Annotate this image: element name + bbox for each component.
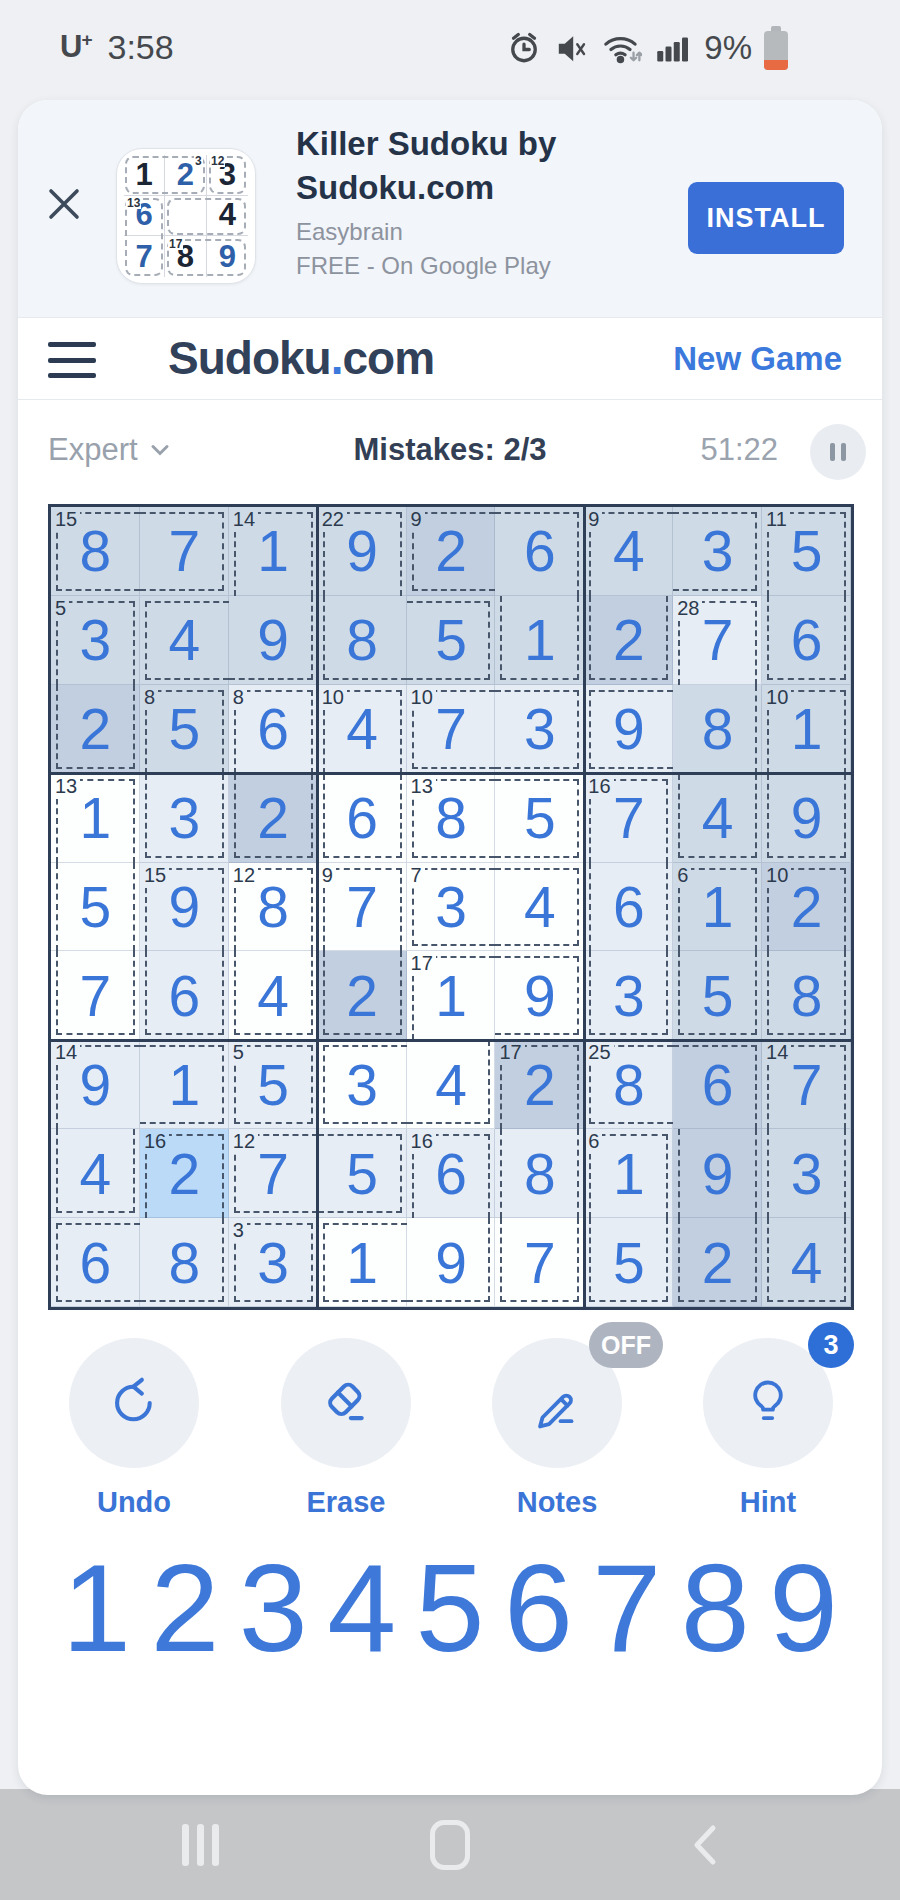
cage-sum-label: 10 [765,686,791,710]
sudoku-cell-r6c9[interactable]: 8 [762,951,851,1040]
cell-digit: 2 [613,607,645,673]
undo-button[interactable]: Undo [69,1338,199,1519]
cell-digit: 7 [435,696,467,762]
cage-sum-label: 25 [587,1041,613,1065]
cell-digit: 7 [346,874,378,940]
sudoku-cell-r7c9[interactable]: 714 [762,1040,851,1129]
cell-digit: 6 [791,607,823,673]
cell-digit: 7 [80,963,112,1029]
cage-sum-label: 8 [143,686,158,710]
notes-button[interactable]: OFF Notes [492,1338,622,1519]
sudoku-cell-r2c6[interactable]: 1 [495,596,584,685]
sudoku-cell-r2c9[interactable]: 6 [762,596,851,685]
sudoku-cell-r9c8[interactable]: 2 [673,1218,762,1307]
cage-sum-label: 17 [410,952,436,976]
cage-sum-label: 6 [676,864,691,888]
close-banner-button[interactable] [40,180,88,228]
sudoku-cell-r8c9[interactable]: 3 [762,1129,851,1218]
sudoku-cell-r2c5[interactable]: 5 [407,596,496,685]
sudoku-cell-r6c2[interactable]: 6 [140,951,229,1040]
cage-sum-label: 8 [232,686,247,710]
cell-digit: 9 [435,1230,467,1296]
sudoku-cell-r5c5[interactable]: 37 [407,863,496,952]
cell-digit: 5 [168,696,200,762]
banner-developer: Easybrain [296,218,403,246]
cell-digit: 9 [346,518,378,584]
mini-cage-sum: 12 [210,155,225,167]
sudoku-cell-r3c9[interactable]: 110 [762,685,851,774]
cage-sum-label: 15 [54,508,80,532]
sudoku-cell-r1c8[interactable]: 3 [673,507,762,596]
cell-digit: 3 [613,963,645,1029]
cell-digit: 8 [524,1141,556,1207]
cell-digit: 9 [524,963,556,1029]
sudoku-cell-r7c4[interactable]: 3 [318,1040,407,1129]
cage-sum-label: 14 [54,1041,80,1065]
cage-sum-label: 9 [410,508,425,532]
game-info-bar: Expert Mistakes: 2/3 51:22 [18,400,882,504]
install-banner: 12364789 3 12 13 17 Killer Sudoku bySudo… [18,100,882,318]
numpad-1[interactable]: 1 [62,1540,131,1676]
cell-digit: 9 [791,785,823,851]
sudoku-cell-r7c5[interactable]: 4 [407,1040,496,1129]
cell-digit: 3 [524,696,556,762]
sudoku-cell-r3c2[interactable]: 58 [140,685,229,774]
cage-sum-label: 17 [498,1041,524,1065]
cage-sum-label: 9 [321,864,336,888]
sudoku-cell-r9c7[interactable]: 5 [584,1218,673,1307]
cage-sum-label: 28 [676,597,702,621]
sudoku-cell-r8c6[interactable]: 8 [495,1129,584,1218]
cell-digit: 2 [435,518,467,584]
cell-digit: 4 [257,963,289,1029]
sudoku-cell-r9c5[interactable]: 9 [407,1218,496,1307]
sudoku-cell-r3c5[interactable]: 710 [407,685,496,774]
sudoku-cell-r7c3[interactable]: 55 [229,1040,318,1129]
sudoku-cell-r6c4[interactable]: 2 [318,951,407,1040]
sudoku-cell-r8c8[interactable]: 9 [673,1129,762,1218]
cell-digit: 4 [524,874,556,940]
cell-digit: 1 [524,607,556,673]
number-pad: 123456789 [62,1540,838,1676]
numpad-6[interactable]: 6 [504,1540,573,1676]
battery-percent: 9% [704,29,752,67]
sudoku-cell-r1c5[interactable]: 29 [407,507,496,596]
cell-digit: 7 [613,785,645,851]
android-nav-bar [0,1789,900,1900]
site-logo: Sudoku.com [168,331,434,385]
cage-sum-label: 14 [232,508,258,532]
cage-sum-label: 7 [410,864,425,888]
sudoku-cell-r5c4[interactable]: 79 [318,863,407,952]
cell-digit: 8 [80,518,112,584]
sudoku-cell-r2c8[interactable]: 728 [673,596,762,685]
sudoku-cell-r8c4[interactable]: 5 [318,1129,407,1218]
mini-cage-sum: 17 [168,238,183,250]
numpad-8[interactable]: 8 [681,1540,750,1676]
cage-sum-label: 13 [410,775,436,799]
cell-digit: 7 [168,518,200,584]
hint-count-badge: 3 [808,1322,854,1368]
sudoku-cell-r3c7[interactable]: 9 [584,685,673,774]
sudoku-cell-r3c6[interactable]: 3 [495,685,584,774]
cell-digit: 4 [791,1230,823,1296]
cell-digit: 9 [168,874,200,940]
cell-digit: 7 [791,1052,823,1118]
cage-sum-label: 10 [765,864,791,888]
cell-digit: 8 [702,696,734,762]
new-game-button[interactable]: New Game [673,340,842,378]
sudoku-cell-r6c3[interactable]: 4 [229,951,318,1040]
cell-digit: 4 [346,696,378,762]
cell-digit: 6 [524,518,556,584]
cell-digit: 2 [346,963,378,1029]
sudoku-cell-r8c3[interactable]: 712 [229,1129,318,1218]
cell-digit: 1 [168,1052,200,1118]
sudoku-cell-r6c6[interactable]: 9 [495,951,584,1040]
banner-title: Killer Sudoku bySudoku.com [296,122,696,210]
cell-digit: 4 [80,1141,112,1207]
cage-sum-label: 14 [765,1041,791,1065]
cell-digit: 3 [346,1052,378,1118]
sudoku-cell-r1c3[interactable]: 114 [229,507,318,596]
cell-digit: 6 [613,874,645,940]
cell-digit: 8 [613,1052,645,1118]
game-timer: 51:22 [700,432,778,468]
cell-digit: 1 [702,874,734,940]
sudoku-cell-r6c8[interactable]: 5 [673,951,762,1040]
sudoku-cell-r6c1[interactable]: 7 [51,951,140,1040]
sudoku-cell-r4c3[interactable]: 2 [229,774,318,863]
sudoku-cell-r2c3[interactable]: 9 [229,596,318,685]
sudoku-cell-r9c6[interactable]: 7 [495,1218,584,1307]
sudoku-cell-r6c5[interactable]: 117 [407,951,496,1040]
cage-sum-label: 15 [143,864,169,888]
cage-sum-label: 5 [54,597,69,621]
app-icon[interactable]: 12364789 3 12 13 17 [116,148,256,284]
cell-digit: 5 [435,607,467,673]
cell-digit: 2 [168,1141,200,1207]
sudoku-cell-r5c7[interactable]: 6 [584,863,673,952]
sudoku-cell-r3c1[interactable]: 2 [51,685,140,774]
battery-icon [764,26,788,70]
mini-cage-sum: 3 [194,155,203,167]
cell-digit: 1 [435,963,467,1029]
sudoku-cell-r4c8[interactable]: 4 [673,774,762,863]
sudoku-cell-r3c4[interactable]: 410 [318,685,407,774]
sudoku-cell-r6c7[interactable]: 3 [584,951,673,1040]
sudoku-cell-r8c1[interactable]: 4 [51,1129,140,1218]
cage-sum-label: 10 [410,686,436,710]
cell-digit: 4 [613,518,645,584]
notes-off-badge: OFF [589,1322,663,1368]
undo-icon [105,1374,163,1432]
sudoku-cell-r9c9[interactable]: 4 [762,1218,851,1307]
cage-sum-label: 13 [54,775,80,799]
sudoku-cell-r2c4[interactable]: 8 [318,596,407,685]
cell-digit: 5 [80,874,112,940]
lightbulb-icon [739,1374,797,1432]
wifi-icon [602,29,642,67]
eraser-icon [317,1374,375,1432]
sudoku-cell-r9c4[interactable]: 1 [318,1218,407,1307]
install-button[interactable]: INSTALL [688,182,844,254]
cell-digit: 4 [168,607,200,673]
sudoku-cell-r5c8[interactable]: 16 [673,863,762,952]
cell-digit: 3 [791,1141,823,1207]
cage-sum-label: 10 [321,686,347,710]
cell-digit: 6 [435,1141,467,1207]
cell-digit: 8 [791,963,823,1029]
cell-digit: 2 [257,785,289,851]
cell-digit: 5 [524,785,556,851]
cell-digit: 7 [702,607,734,673]
sudoku-cell-r5c6[interactable]: 4 [495,863,584,952]
cell-digit: 6 [702,1052,734,1118]
cell-digit: 1 [613,1141,645,1207]
sudoku-cell-r5c9[interactable]: 210 [762,863,851,952]
cage-sum-label: 5 [232,1041,247,1065]
cell-digit: 5 [346,1141,378,1207]
cell-digit: 1 [791,696,823,762]
numpad-3[interactable]: 3 [239,1540,308,1676]
cell-digit: 8 [168,1230,200,1296]
sudoku-cell-r4c1[interactable]: 113 [51,774,140,863]
sudoku-cell-r8c2[interactable]: 216 [140,1129,229,1218]
sudoku-cell-r1c7[interactable]: 49 [584,507,673,596]
cell-digit: 2 [791,874,823,940]
recents-button[interactable] [170,1815,230,1875]
sudoku-cell-r4c9[interactable]: 9 [762,774,851,863]
cell-digit: 9 [613,696,645,762]
sudoku-cell-r5c1[interactable]: 5 [51,863,140,952]
cell-digit: 3 [702,518,734,584]
cage-sum-label: 22 [321,508,347,532]
cage-sum-label: 6 [587,1130,602,1154]
cell-digit: 9 [702,1141,734,1207]
sudoku-cell-r9c2[interactable]: 8 [140,1218,229,1307]
sudoku-cell-r3c8[interactable]: 8 [673,685,762,774]
sudoku-cell-r1c9[interactable]: 511 [762,507,851,596]
sudoku-cell-r7c8[interactable]: 6 [673,1040,762,1129]
cell-digit: 1 [257,518,289,584]
cell-digit: 9 [80,1052,112,1118]
app-card: 12364789 3 12 13 17 Killer Sudoku bySudo… [18,100,882,1795]
cage-sum-label: 11 [765,508,790,532]
pause-button[interactable] [810,424,866,480]
sudoku-cell-r4c6[interactable]: 5 [495,774,584,863]
cell-digit: 9 [257,607,289,673]
sudoku-cell-r1c1[interactable]: 815 [51,507,140,596]
sudoku-cell-r2c2[interactable]: 4 [140,596,229,685]
killer-sudoku-board: 8157114922296493511354985127286258684107… [48,504,854,1310]
signal-icon [654,30,692,66]
erase-button[interactable]: Erase [281,1338,411,1519]
hint-button[interactable]: 3 Hint [703,1338,833,1519]
cage-sum-label: 12 [232,864,258,888]
sudoku-cell-r5c2[interactable]: 915 [140,863,229,952]
cell-digit: 3 [168,785,200,851]
sudoku-cell-r2c1[interactable]: 35 [51,596,140,685]
cell-digit: 4 [435,1052,467,1118]
action-toolbar: Undo Erase OFF Notes 3 [18,1338,882,1538]
sudoku-cell-r7c6[interactable]: 217 [495,1040,584,1129]
sudoku-cell-r9c3[interactable]: 33 [229,1218,318,1307]
cage-sum-label: 9 [587,508,602,532]
cell-digit: 3 [80,607,112,673]
cell-digit: 2 [524,1052,556,1118]
sudoku-cell-r3c3[interactable]: 68 [229,685,318,774]
cage-sum-label: 16 [587,775,613,799]
cell-digit: 8 [435,785,467,851]
cage-sum-label: 16 [410,1130,436,1154]
alarm-icon [506,30,542,66]
back-button[interactable] [676,1815,736,1875]
cell-digit: 4 [702,785,734,851]
cage-sum-label: 3 [232,1219,247,1243]
cell-digit: 7 [524,1230,556,1296]
sudoku-cell-r8c5[interactable]: 616 [407,1129,496,1218]
sudoku-cell-r4c7[interactable]: 716 [584,774,673,863]
numpad-7[interactable]: 7 [592,1540,661,1676]
status-bar: U+ 3:58 9% [0,0,900,100]
sudoku-cell-r1c2[interactable]: 7 [140,507,229,596]
sudoku-cell-r7c1[interactable]: 914 [51,1040,140,1129]
status-time: 3:58 [108,28,174,67]
sudoku-cell-r7c2[interactable]: 1 [140,1040,229,1129]
sudoku-cell-r4c2[interactable]: 3 [140,774,229,863]
cage-sum-label: 12 [232,1130,258,1154]
home-button[interactable] [420,1815,480,1875]
cell-digit: 7 [257,1141,289,1207]
sudoku-cell-r9c1[interactable]: 6 [51,1218,140,1307]
cell-digit: 6 [168,963,200,1029]
page-header: Sudoku.com New Game [18,318,882,400]
sudoku-cell-r8c7[interactable]: 16 [584,1129,673,1218]
mini-cage-sum: 13 [126,197,141,209]
carrier-label: U+ [60,29,92,65]
menu-button[interactable] [48,342,96,378]
sudoku-cell-r4c5[interactable]: 813 [407,774,496,863]
sudoku-cell-r2c7[interactable]: 2 [584,596,673,685]
cell-digit: 5 [791,518,823,584]
cell-digit: 1 [80,785,112,851]
pencil-icon [528,1374,586,1432]
sudoku-cell-r1c6[interactable]: 6 [495,507,584,596]
mute-icon [554,30,590,66]
cell-digit: 3 [435,874,467,940]
sudoku-cell-r4c4[interactable]: 6 [318,774,407,863]
cell-digit: 6 [80,1230,112,1296]
numpad-4[interactable]: 4 [327,1540,396,1676]
sudoku-cell-r1c4[interactable]: 922 [318,507,407,596]
cell-digit: 6 [257,696,289,762]
cell-digit: 2 [702,1230,734,1296]
sudoku-cell-r7c7[interactable]: 825 [584,1040,673,1129]
numpad-2[interactable]: 2 [150,1540,219,1676]
banner-offer: FREE - On Google Play [296,252,551,280]
numpad-9[interactable]: 9 [769,1540,838,1676]
cage-sum-label: 16 [143,1130,169,1154]
cell-digit: 8 [257,874,289,940]
cell-digit: 2 [80,696,112,762]
cell-digit: 8 [346,607,378,673]
cell-digit: 6 [346,785,378,851]
cell-digit: 5 [702,963,734,1029]
cell-digit: 5 [613,1230,645,1296]
cell-digit: 3 [257,1230,289,1296]
cell-digit: 5 [257,1052,289,1118]
cell-digit: 1 [346,1230,378,1296]
numpad-5[interactable]: 5 [416,1540,485,1676]
sudoku-cell-r5c3[interactable]: 812 [229,863,318,952]
